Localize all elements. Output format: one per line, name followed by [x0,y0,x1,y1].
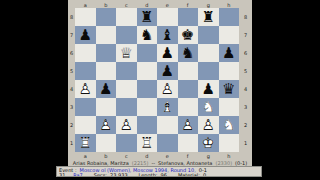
square-e1[interactable] [157,134,178,152]
square-d3[interactable] [137,98,158,116]
white-bishop-piece-outline: ♗ [157,98,178,116]
material-label: Material: [178,173,200,178]
rank-label-right-7: 7 [239,26,252,44]
status-line: 31 ...Ra7 Secs: 23.933 Length: 96 Materi… [59,173,259,178]
white-queen-piece: ♛ [116,44,137,62]
black-king-piece: ♚ [178,26,199,44]
rank-label-left-3: 3 [68,98,75,116]
square-h2[interactable]: ♞♘ [219,116,240,134]
square-f7[interactable]: ♚ [178,26,199,44]
file-label-bottom-d: d [145,153,148,159]
square-d6[interactable] [137,44,158,62]
file-labels-bottom: abcdefgh [75,152,252,159]
chess-panel: abcdefgh 87654321 ♜♜♟♞♝♚♛♕♟♞♟♟♟♙♟♟♙♟♛♝♗♞… [68,0,252,166]
white-bishop-piece: ♝ [157,98,178,116]
event-line: Event : Moscow ol (Women), Moscow 1994, … [59,168,259,173]
square-a3[interactable] [75,98,96,116]
square-d1[interactable]: ♜♖ [137,134,158,152]
black-knight-piece: ♞ [178,44,199,62]
white-rook-piece: ♜ [75,134,96,152]
last-move: ...Ra7 [68,173,82,178]
white-pawn-piece: ♟ [75,80,96,98]
rank-label-left-5: 5 [68,62,75,80]
square-a6[interactable] [75,44,96,62]
chess-board[interactable]: ♜♜♟♞♝♚♛♕♟♞♟♟♟♙♟♟♙♟♛♝♗♞♘♟♙♟♙♟♙♟♙♞♘♜♖♜♖♚♔ [75,8,239,152]
white-knight-piece-outline: ♘ [198,98,219,116]
square-g8[interactable]: ♜ [198,8,219,26]
square-b5[interactable] [96,62,117,80]
square-e2[interactable] [157,116,178,134]
square-c4[interactable] [116,80,137,98]
square-b4[interactable]: ♟ [96,80,117,98]
square-f5[interactable] [178,62,199,80]
square-a8[interactable] [75,8,96,26]
square-b1[interactable] [96,134,117,152]
square-f2[interactable]: ♟♙ [178,116,199,134]
black-pawn-piece: ♟ [75,26,96,44]
black-pawn-piece: ♟ [157,62,178,80]
rank-label-right-8: 8 [239,8,252,26]
rank-labels-left: 87654321 [68,8,75,152]
white-pawn-piece-outline: ♙ [157,80,178,98]
square-f6[interactable]: ♞ [178,44,199,62]
square-d5[interactable] [137,62,158,80]
white-queen-piece-outline: ♕ [116,44,137,62]
square-a7[interactable]: ♟ [75,26,96,44]
square-g2[interactable]: ♟♙ [198,116,219,134]
file-label-bottom-a: a [84,153,87,159]
black-pawn-piece: ♟ [219,44,240,62]
rank-label-left-4: 4 [68,80,75,98]
square-e7[interactable]: ♝ [157,26,178,44]
file-labels-top: abcdefgh [75,0,252,8]
square-h8[interactable] [219,8,240,26]
rank-label-right-2: 2 [239,116,252,134]
black-knight-piece: ♞ [137,26,158,44]
white-king-piece-outline: ♔ [198,134,219,152]
file-label-bottom-b: b [104,153,107,159]
length-label: Length: [139,173,158,178]
square-c2[interactable]: ♟♙ [116,116,137,134]
white-rook-piece-outline: ♖ [137,134,158,152]
square-g3[interactable]: ♞♘ [198,98,219,116]
white-knight-piece-outline: ♘ [219,116,240,134]
black-pawn-piece: ♟ [157,44,178,62]
rank-label-left-1: 1 [68,134,75,152]
rank-label-left-8: 8 [68,8,75,26]
black-pawn-piece: ♟ [198,80,219,98]
left-pillarbox [0,0,68,180]
square-a1[interactable]: ♜♖ [75,134,96,152]
square-b2[interactable]: ♟♙ [96,116,117,134]
square-g6[interactable] [198,44,219,62]
file-label-bottom-c: c [125,153,128,159]
square-f8[interactable] [178,8,199,26]
white-pawn-piece: ♟ [96,116,117,134]
square-a2[interactable] [75,116,96,134]
white-pawn-piece-outline: ♙ [75,80,96,98]
white-king-piece: ♚ [198,134,219,152]
square-c6[interactable]: ♛♕ [116,44,137,62]
white-rook-piece-outline: ♖ [75,134,96,152]
white-knight-piece: ♞ [219,116,240,134]
black-pawn-piece: ♟ [96,80,117,98]
white-rook-piece: ♜ [137,134,158,152]
rank-label-right-4: 4 [239,80,252,98]
white-pawn-piece: ♟ [178,116,199,134]
square-g1[interactable]: ♚♔ [198,134,219,152]
square-h5[interactable] [219,62,240,80]
file-label-bottom-h: h [227,153,230,159]
square-e8[interactable] [157,8,178,26]
square-c7[interactable] [116,26,137,44]
white-pawn-piece-outline: ♙ [198,116,219,134]
video-frame: abcdefgh 87654321 ♜♜♟♞♝♚♛♕♟♞♟♟♟♙♟♟♙♟♛♝♗♞… [0,0,320,180]
white-pawn-piece-outline: ♙ [96,116,117,134]
square-h3[interactable] [219,98,240,116]
rank-label-left-7: 7 [68,26,75,44]
material-value: 0 [203,173,206,178]
square-g4[interactable]: ♟ [198,80,219,98]
game-info-box: Event : Moscow ol (Women), Moscow 1994, … [56,166,262,177]
white-pawn-piece: ♟ [116,116,137,134]
square-f1[interactable] [178,134,199,152]
square-a5[interactable] [75,62,96,80]
rank-label-right-6: 6 [239,44,252,62]
square-d7[interactable]: ♞ [137,26,158,44]
square-g5[interactable] [198,62,219,80]
white-pawn-piece-outline: ♙ [116,116,137,134]
square-h4[interactable]: ♛ [219,80,240,98]
move-number: 31 [59,173,65,178]
length-value: 96 [161,173,167,178]
square-b7[interactable] [96,26,117,44]
rank-label-right-5: 5 [239,62,252,80]
black-queen-piece: ♛ [219,80,240,98]
square-a4[interactable]: ♟♙ [75,80,96,98]
rank-label-left-6: 6 [68,44,75,62]
rank-label-right-1: 1 [239,134,252,152]
file-label-bottom-e: e [166,153,169,159]
square-e6[interactable]: ♟ [157,44,178,62]
square-e5[interactable]: ♟ [157,62,178,80]
secs-label: Secs: [94,173,107,178]
rank-labels-right: 87654321 [239,8,252,152]
white-knight-piece: ♞ [198,98,219,116]
square-c1[interactable] [116,134,137,152]
square-c3[interactable] [116,98,137,116]
white-pawn-piece-outline: ♙ [178,116,199,134]
square-c8[interactable] [116,8,137,26]
black-bishop-piece: ♝ [157,26,178,44]
square-b8[interactable] [96,8,117,26]
square-b3[interactable] [96,98,117,116]
black-rook-piece: ♜ [198,8,219,26]
file-label-bottom-f: f [187,153,189,159]
square-h1[interactable] [219,134,240,152]
secs-value: 23.933 [110,173,128,178]
square-e3[interactable]: ♝♗ [157,98,178,116]
rank-label-left-2: 2 [68,116,75,134]
square-d2[interactable] [137,116,158,134]
right-pillarbox [252,0,320,180]
square-e4[interactable]: ♟♙ [157,80,178,98]
square-d8[interactable]: ♜ [137,8,158,26]
square-g7[interactable] [198,26,219,44]
square-f4[interactable] [178,80,199,98]
square-f3[interactable] [178,98,199,116]
square-h6[interactable]: ♟ [219,44,240,62]
black-rook-piece: ♜ [137,8,158,26]
white-pawn-piece: ♟ [198,116,219,134]
square-c5[interactable] [116,62,137,80]
square-b6[interactable] [96,44,117,62]
white-pawn-piece: ♟ [157,80,178,98]
square-d4[interactable] [137,80,158,98]
file-label-bottom-g: g [207,153,210,159]
square-h7[interactable] [219,26,240,44]
rank-label-right-3: 3 [239,98,252,116]
